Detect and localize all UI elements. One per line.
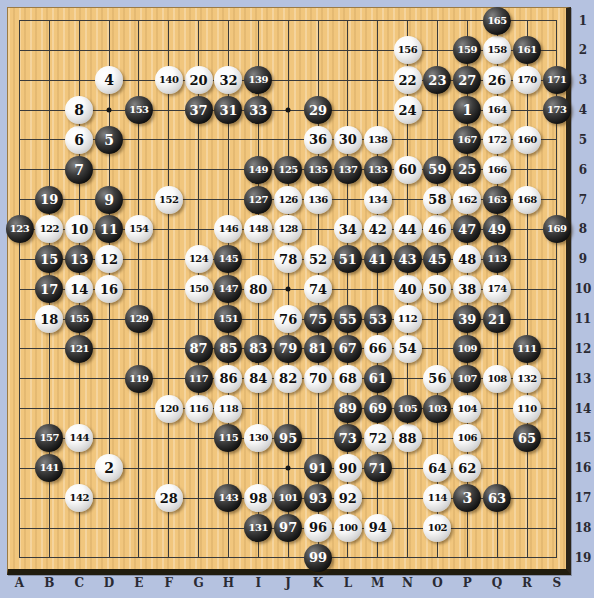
stone-94: 94 bbox=[364, 514, 392, 542]
stone-number: 43 bbox=[399, 253, 417, 266]
stone-number: 64 bbox=[428, 462, 446, 475]
stone-number: 123 bbox=[10, 224, 29, 234]
stone-7: 7 bbox=[65, 156, 93, 184]
stone-40: 40 bbox=[394, 275, 422, 303]
stone-163: 163 bbox=[483, 186, 511, 214]
stone-158: 158 bbox=[483, 36, 511, 64]
stone-3: 3 bbox=[453, 484, 481, 512]
row-label-11: 11 bbox=[573, 312, 593, 326]
stone-46: 46 bbox=[423, 215, 451, 243]
stone-79: 79 bbox=[274, 335, 302, 363]
row-label-3: 3 bbox=[573, 73, 593, 87]
stone-56: 56 bbox=[423, 365, 451, 393]
stone-63: 63 bbox=[483, 484, 511, 512]
stone-37: 37 bbox=[185, 96, 213, 124]
stone-17: 17 bbox=[35, 275, 63, 303]
row-label-17: 17 bbox=[573, 491, 593, 505]
stone-95: 95 bbox=[274, 424, 302, 452]
stone-156: 156 bbox=[394, 36, 422, 64]
stone-number: 90 bbox=[339, 462, 357, 475]
stone-128: 128 bbox=[274, 215, 302, 243]
stone-82: 82 bbox=[274, 365, 302, 393]
stone-number: 127 bbox=[249, 195, 268, 205]
stone-number: 121 bbox=[70, 344, 89, 354]
stone-148: 148 bbox=[244, 215, 272, 243]
stone-72: 72 bbox=[364, 424, 392, 452]
row-label-16: 16 bbox=[573, 461, 593, 475]
stone-132: 132 bbox=[513, 365, 541, 393]
stone-130: 130 bbox=[244, 424, 272, 452]
stone-87: 87 bbox=[185, 335, 213, 363]
row-label-14: 14 bbox=[573, 402, 593, 416]
stone-number: 66 bbox=[369, 342, 387, 355]
stone-number: 83 bbox=[249, 342, 267, 355]
stone-101: 101 bbox=[274, 484, 302, 512]
stone-108: 108 bbox=[483, 365, 511, 393]
stone-number: 130 bbox=[249, 433, 268, 443]
stone-number: 136 bbox=[308, 195, 327, 205]
stone-number: 164 bbox=[487, 105, 506, 115]
stone-number: 111 bbox=[517, 344, 536, 354]
stone-number: 32 bbox=[219, 74, 237, 87]
stone-9: 9 bbox=[95, 186, 123, 214]
stone-124: 124 bbox=[185, 245, 213, 273]
stone-59: 59 bbox=[423, 156, 451, 184]
stone-90: 90 bbox=[334, 454, 362, 482]
stone-number: 161 bbox=[517, 45, 536, 55]
stone-166: 166 bbox=[483, 156, 511, 184]
stone-number: 18 bbox=[40, 313, 58, 326]
stone-number: 169 bbox=[547, 224, 566, 234]
stone-153: 153 bbox=[125, 96, 153, 124]
stone-number: 122 bbox=[40, 224, 59, 234]
stone-number: 98 bbox=[249, 492, 267, 505]
stone-number: 147 bbox=[219, 284, 238, 294]
stone-number: 27 bbox=[458, 74, 476, 87]
stone-118: 118 bbox=[214, 395, 242, 423]
stone-number: 107 bbox=[458, 374, 477, 384]
stone-number: 86 bbox=[219, 372, 237, 385]
stone-number: 158 bbox=[487, 45, 506, 55]
stone-number: 29 bbox=[309, 104, 327, 117]
stone-number: 33 bbox=[249, 104, 267, 117]
stone-number: 60 bbox=[399, 163, 417, 176]
stone-number: 17 bbox=[40, 283, 58, 296]
stone-number: 100 bbox=[338, 523, 357, 533]
stone-number: 5 bbox=[104, 133, 114, 147]
stone-133: 133 bbox=[364, 156, 392, 184]
stone-5: 5 bbox=[95, 126, 123, 154]
stone-number: 94 bbox=[369, 521, 387, 534]
stone-105: 105 bbox=[394, 395, 422, 423]
stone-112: 112 bbox=[394, 305, 422, 333]
stone-126: 126 bbox=[274, 186, 302, 214]
stone-number: 110 bbox=[517, 404, 536, 414]
stone-123: 123 bbox=[6, 215, 34, 243]
stone-84: 84 bbox=[244, 365, 272, 393]
col-label-B: B bbox=[44, 576, 54, 590]
stone-81: 81 bbox=[304, 335, 332, 363]
stone-number: 106 bbox=[458, 433, 477, 443]
stone-119: 119 bbox=[125, 365, 153, 393]
stone-89: 89 bbox=[334, 395, 362, 423]
stone-number: 82 bbox=[279, 372, 297, 385]
stone-number: 104 bbox=[458, 404, 477, 414]
stone-number: 59 bbox=[428, 163, 446, 176]
stone-14: 14 bbox=[65, 275, 93, 303]
stone-152: 152 bbox=[155, 186, 183, 214]
stone-38: 38 bbox=[453, 275, 481, 303]
stone-109: 109 bbox=[453, 335, 481, 363]
stone-number: 69 bbox=[369, 402, 387, 415]
stone-number: 125 bbox=[278, 165, 297, 175]
stone-16: 16 bbox=[95, 275, 123, 303]
stone-number: 148 bbox=[249, 224, 268, 234]
stone-85: 85 bbox=[214, 335, 242, 363]
stone-69: 69 bbox=[364, 395, 392, 423]
stone-number: 7 bbox=[74, 163, 84, 177]
col-label-E: E bbox=[134, 576, 143, 590]
stone-number: 144 bbox=[70, 433, 89, 443]
stone-96: 96 bbox=[304, 514, 332, 542]
stone-131: 131 bbox=[244, 514, 272, 542]
stone-15: 15 bbox=[35, 245, 63, 273]
stone-number: 78 bbox=[279, 253, 297, 266]
stone-number: 138 bbox=[368, 135, 387, 145]
stone-number: 12 bbox=[100, 253, 118, 266]
stone-174: 174 bbox=[483, 275, 511, 303]
stone-number: 142 bbox=[70, 493, 89, 503]
stone-104: 104 bbox=[453, 395, 481, 423]
stone-1: 1 bbox=[453, 96, 481, 124]
stone-44: 44 bbox=[394, 215, 422, 243]
stone-number: 68 bbox=[339, 372, 357, 385]
stone-117: 117 bbox=[185, 365, 213, 393]
stone-number: 105 bbox=[398, 404, 417, 414]
stone-151: 151 bbox=[214, 305, 242, 333]
stone-34: 34 bbox=[334, 215, 362, 243]
row-label-8: 8 bbox=[573, 222, 593, 236]
star-point bbox=[286, 287, 291, 292]
row-label-19: 19 bbox=[573, 551, 593, 565]
stone-number: 62 bbox=[458, 462, 476, 475]
stone-number: 61 bbox=[369, 372, 387, 385]
stone-number: 116 bbox=[189, 404, 208, 414]
stone-23: 23 bbox=[423, 66, 451, 94]
stone-121: 121 bbox=[65, 335, 93, 363]
stone-74: 74 bbox=[304, 275, 332, 303]
stone-68: 68 bbox=[334, 365, 362, 393]
row-label-15: 15 bbox=[573, 431, 593, 445]
grid-line bbox=[19, 557, 557, 558]
stone-number: 150 bbox=[189, 284, 208, 294]
stone-43: 43 bbox=[394, 245, 422, 273]
stone-number: 34 bbox=[339, 223, 357, 236]
stone-41: 41 bbox=[364, 245, 392, 273]
stone-number: 1 bbox=[462, 103, 472, 117]
stone-number: 156 bbox=[398, 45, 417, 55]
stone-number: 30 bbox=[339, 133, 357, 146]
stone-137: 137 bbox=[334, 156, 362, 184]
stone-number: 97 bbox=[279, 521, 297, 534]
stone-168: 168 bbox=[513, 186, 541, 214]
stone-number: 44 bbox=[399, 223, 417, 236]
col-label-I: I bbox=[255, 576, 261, 590]
stone-6: 6 bbox=[65, 126, 93, 154]
stone-number: 112 bbox=[398, 314, 417, 324]
stone-159: 159 bbox=[453, 36, 481, 64]
stone-number: 113 bbox=[487, 254, 506, 264]
stone-number: 58 bbox=[428, 193, 446, 206]
stone-138: 138 bbox=[364, 126, 392, 154]
stone-number: 23 bbox=[428, 74, 446, 87]
stone-number: 167 bbox=[458, 135, 477, 145]
stone-number: 24 bbox=[399, 104, 417, 117]
stone-number: 117 bbox=[189, 374, 208, 384]
stone-65: 65 bbox=[513, 424, 541, 452]
stone-73: 73 bbox=[334, 424, 362, 452]
stone-71: 71 bbox=[364, 454, 392, 482]
stone-number: 159 bbox=[458, 45, 477, 55]
stone-number: 155 bbox=[70, 314, 89, 324]
stone-number: 4 bbox=[104, 73, 114, 87]
stone-number: 81 bbox=[309, 342, 327, 355]
stone-number: 65 bbox=[518, 432, 536, 445]
stone-number: 145 bbox=[219, 254, 238, 264]
stone-number: 131 bbox=[249, 523, 268, 533]
stone-number: 36 bbox=[309, 133, 327, 146]
row-label-7: 7 bbox=[573, 193, 593, 207]
stone-114: 114 bbox=[423, 484, 451, 512]
stone-52: 52 bbox=[304, 245, 332, 273]
stone-number: 71 bbox=[369, 462, 387, 475]
stone-number: 3 bbox=[462, 491, 472, 505]
stone-number: 171 bbox=[547, 75, 566, 85]
stone-39: 39 bbox=[453, 305, 481, 333]
stone-102: 102 bbox=[423, 514, 451, 542]
row-label-10: 10 bbox=[573, 282, 593, 296]
stone-number: 10 bbox=[70, 223, 88, 236]
stone-number: 146 bbox=[219, 224, 238, 234]
stone-number: 9 bbox=[104, 193, 114, 207]
grid-line bbox=[527, 20, 528, 558]
stone-149: 149 bbox=[244, 156, 272, 184]
stone-number: 87 bbox=[190, 342, 208, 355]
stone-99: 99 bbox=[304, 544, 332, 572]
stone-number: 13 bbox=[70, 253, 88, 266]
stone-number: 51 bbox=[339, 253, 357, 266]
row-label-5: 5 bbox=[573, 133, 593, 147]
stone-42: 42 bbox=[364, 215, 392, 243]
stone-number: 152 bbox=[159, 195, 178, 205]
col-label-S: S bbox=[552, 576, 561, 590]
stone-number: 63 bbox=[488, 492, 506, 505]
stone-number: 85 bbox=[219, 342, 237, 355]
stone-107: 107 bbox=[453, 365, 481, 393]
row-label-4: 4 bbox=[573, 103, 593, 117]
stone-144: 144 bbox=[65, 424, 93, 452]
stone-number: 40 bbox=[399, 283, 417, 296]
stone-number: 52 bbox=[309, 253, 327, 266]
stone-172: 172 bbox=[483, 126, 511, 154]
stone-140: 140 bbox=[155, 66, 183, 94]
stone-30: 30 bbox=[334, 126, 362, 154]
stone-8: 8 bbox=[65, 96, 93, 124]
stone-number: 115 bbox=[219, 433, 238, 443]
col-label-L: L bbox=[344, 576, 352, 590]
stone-number: 84 bbox=[249, 372, 267, 385]
stone-150: 150 bbox=[185, 275, 213, 303]
star-point bbox=[107, 108, 112, 113]
stone-number: 47 bbox=[458, 223, 476, 236]
stone-number: 55 bbox=[339, 313, 357, 326]
stone-number: 135 bbox=[308, 165, 327, 175]
stone-32: 32 bbox=[214, 66, 242, 94]
stone-115: 115 bbox=[214, 424, 242, 452]
stone-49: 49 bbox=[483, 215, 511, 243]
stone-86: 86 bbox=[214, 365, 242, 393]
col-label-C: C bbox=[74, 576, 84, 590]
stone-146: 146 bbox=[214, 215, 242, 243]
stone-12: 12 bbox=[95, 245, 123, 273]
stone-number: 45 bbox=[428, 253, 446, 266]
row-label-2: 2 bbox=[573, 43, 593, 57]
col-label-H: H bbox=[223, 576, 234, 590]
stone-number: 162 bbox=[458, 195, 477, 205]
stone-number: 118 bbox=[219, 404, 238, 414]
stone-53: 53 bbox=[364, 305, 392, 333]
stone-number: 99 bbox=[309, 551, 327, 564]
stone-number: 168 bbox=[517, 195, 536, 205]
stone-number: 151 bbox=[219, 314, 238, 324]
col-label-P: P bbox=[463, 576, 472, 590]
col-label-Q: Q bbox=[492, 576, 502, 590]
stone-47: 47 bbox=[453, 215, 481, 243]
stone-number: 109 bbox=[458, 344, 477, 354]
stone-number: 103 bbox=[428, 404, 447, 414]
stone-62: 62 bbox=[453, 454, 481, 482]
stone-21: 21 bbox=[483, 305, 511, 333]
stone-75: 75 bbox=[304, 305, 332, 333]
stone-91: 91 bbox=[304, 454, 332, 482]
stone-154: 154 bbox=[125, 215, 153, 243]
stone-67: 67 bbox=[334, 335, 362, 363]
stone-number: 2 bbox=[104, 461, 114, 475]
stone-142: 142 bbox=[65, 484, 93, 512]
stone-number: 114 bbox=[428, 493, 447, 503]
stone-164: 164 bbox=[483, 96, 511, 124]
stone-145: 145 bbox=[214, 245, 242, 273]
col-label-O: O bbox=[432, 576, 442, 590]
stone-number: 31 bbox=[219, 104, 237, 117]
stone-169: 169 bbox=[543, 215, 571, 243]
stone-143: 143 bbox=[214, 484, 242, 512]
stone-110: 110 bbox=[513, 395, 541, 423]
stone-number: 170 bbox=[517, 75, 536, 85]
stone-80: 80 bbox=[244, 275, 272, 303]
stone-number: 140 bbox=[159, 75, 178, 85]
col-label-M: M bbox=[371, 576, 384, 590]
stone-61: 61 bbox=[364, 365, 392, 393]
stone-120: 120 bbox=[155, 395, 183, 423]
stone-number: 15 bbox=[40, 253, 58, 266]
stone-122: 122 bbox=[35, 215, 63, 243]
stone-number: 14 bbox=[70, 283, 88, 296]
col-label-J: J bbox=[285, 576, 291, 590]
stone-number: 134 bbox=[368, 195, 387, 205]
go-board-diagram: 1234567891011121314151617181920212223242… bbox=[0, 0, 594, 598]
stone-number: 21 bbox=[488, 313, 506, 326]
stone-number: 154 bbox=[129, 224, 148, 234]
stone-number: 11 bbox=[100, 223, 118, 236]
stone-135: 135 bbox=[304, 156, 332, 184]
col-label-F: F bbox=[164, 576, 173, 590]
stone-113: 113 bbox=[483, 245, 511, 273]
stone-number: 22 bbox=[399, 74, 417, 87]
row-label-18: 18 bbox=[573, 521, 593, 535]
stone-13: 13 bbox=[65, 245, 93, 273]
stone-10: 10 bbox=[65, 215, 93, 243]
stone-number: 41 bbox=[369, 253, 387, 266]
stone-number: 124 bbox=[189, 254, 208, 264]
stone-167: 167 bbox=[453, 126, 481, 154]
stone-number: 172 bbox=[487, 135, 506, 145]
stone-141: 141 bbox=[35, 454, 63, 482]
stone-161: 161 bbox=[513, 36, 541, 64]
stone-number: 37 bbox=[190, 104, 208, 117]
stone-number: 53 bbox=[369, 313, 387, 326]
stone-100: 100 bbox=[334, 514, 362, 542]
stone-127: 127 bbox=[244, 186, 272, 214]
stone-45: 45 bbox=[423, 245, 451, 273]
stone-171: 171 bbox=[543, 66, 571, 94]
stone-60: 60 bbox=[394, 156, 422, 184]
stone-139: 139 bbox=[244, 66, 272, 94]
stone-number: 25 bbox=[458, 163, 476, 176]
stone-number: 120 bbox=[159, 404, 178, 414]
stone-number: 38 bbox=[458, 283, 476, 296]
stone-number: 76 bbox=[279, 313, 297, 326]
stone-number: 137 bbox=[338, 165, 357, 175]
row-label-13: 13 bbox=[573, 372, 593, 386]
stone-number: 128 bbox=[278, 224, 297, 234]
star-point bbox=[286, 466, 291, 471]
stone-number: 92 bbox=[339, 492, 357, 505]
stone-93: 93 bbox=[304, 484, 332, 512]
stone-25: 25 bbox=[453, 156, 481, 184]
stone-number: 166 bbox=[487, 165, 506, 175]
col-label-G: G bbox=[193, 576, 203, 590]
stone-number: 39 bbox=[458, 313, 476, 326]
stone-number: 67 bbox=[339, 342, 357, 355]
stone-50: 50 bbox=[423, 275, 451, 303]
stone-106: 106 bbox=[453, 424, 481, 452]
stone-number: 132 bbox=[517, 374, 536, 384]
star-point bbox=[286, 108, 291, 113]
stone-157: 157 bbox=[35, 424, 63, 452]
stone-number: 139 bbox=[249, 75, 268, 85]
col-label-D: D bbox=[104, 576, 114, 590]
stone-number: 56 bbox=[428, 372, 446, 385]
stone-number: 72 bbox=[369, 432, 387, 445]
stone-number: 119 bbox=[129, 374, 148, 384]
row-label-12: 12 bbox=[573, 342, 593, 356]
stone-54: 54 bbox=[394, 335, 422, 363]
stone-number: 126 bbox=[278, 195, 297, 205]
stone-number: 129 bbox=[129, 314, 148, 324]
stone-number: 20 bbox=[190, 74, 208, 87]
stone-number: 73 bbox=[339, 432, 357, 445]
